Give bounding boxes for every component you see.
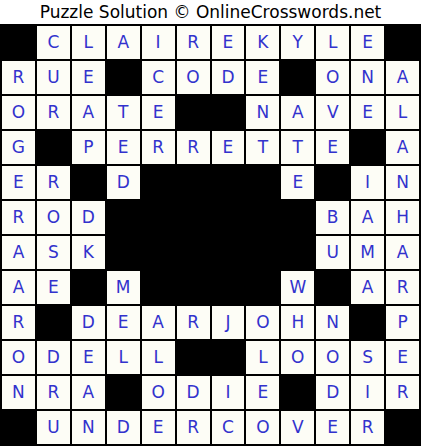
letter-cell: O xyxy=(246,411,279,444)
letter-cell: T xyxy=(107,96,140,129)
letter-cell: O xyxy=(316,341,349,374)
letter-cell: V xyxy=(281,411,314,444)
letter-cell: D xyxy=(107,166,140,199)
letter-cell: M xyxy=(107,271,140,304)
black-cell xyxy=(316,271,349,304)
black-cell xyxy=(107,61,140,94)
black-cell xyxy=(212,341,245,374)
letter-cell: D xyxy=(177,376,210,409)
black-cell xyxy=(212,236,245,269)
letter-cell: C xyxy=(37,26,70,59)
black-cell xyxy=(316,166,349,199)
letter-cell: A xyxy=(2,236,35,269)
letter-cell: E xyxy=(386,341,419,374)
letter-cell: G xyxy=(2,131,35,164)
letter-cell: A xyxy=(386,131,419,164)
letter-cell: E xyxy=(212,131,245,164)
letter-cell: P xyxy=(72,131,105,164)
crossword-grid: CLAIREKYLERUECODEONAORATENAVELGPERRETTEA… xyxy=(0,24,421,446)
letter-cell: R xyxy=(177,131,210,164)
black-cell xyxy=(177,271,210,304)
letter-cell: S xyxy=(37,236,70,269)
letter-cell: I xyxy=(142,26,175,59)
black-cell xyxy=(212,166,245,199)
black-cell xyxy=(177,236,210,269)
black-cell xyxy=(72,271,105,304)
letter-cell: R xyxy=(2,306,35,339)
letter-cell: R xyxy=(386,376,419,409)
letter-cell: P xyxy=(386,306,419,339)
letter-cell: S xyxy=(351,341,384,374)
letter-cell: A xyxy=(386,236,419,269)
letter-cell: D xyxy=(72,201,105,234)
letter-cell: E xyxy=(37,271,70,304)
letter-cell: R xyxy=(37,376,70,409)
letter-cell: N xyxy=(316,306,349,339)
black-cell xyxy=(281,376,314,409)
letter-cell: U xyxy=(37,411,70,444)
black-cell xyxy=(142,166,175,199)
letter-cell: R xyxy=(2,201,35,234)
black-cell xyxy=(37,306,70,339)
black-cell xyxy=(72,166,105,199)
letter-cell: R xyxy=(177,411,210,444)
letter-cell: A xyxy=(351,271,384,304)
letter-cell: A xyxy=(142,306,175,339)
black-cell xyxy=(246,166,279,199)
letter-cell: A xyxy=(281,96,314,129)
black-cell xyxy=(107,376,140,409)
letter-cell: E xyxy=(246,376,279,409)
letter-cell: E xyxy=(142,96,175,129)
black-cell xyxy=(177,341,210,374)
letter-cell: D xyxy=(107,411,140,444)
letter-cell: E xyxy=(2,166,35,199)
crossword-solution-page: Puzzle Solution © OnlineCrosswords.net C… xyxy=(0,0,421,446)
letter-cell: O xyxy=(246,306,279,339)
letter-cell: D xyxy=(37,341,70,374)
letter-cell: Y xyxy=(281,26,314,59)
letter-cell: O xyxy=(37,201,70,234)
black-cell xyxy=(281,236,314,269)
letter-cell: E xyxy=(107,306,140,339)
black-cell xyxy=(386,411,419,444)
letter-cell: E xyxy=(72,61,105,94)
letter-cell: E xyxy=(246,61,279,94)
letter-cell: D xyxy=(72,306,105,339)
letter-cell: N xyxy=(386,166,419,199)
black-cell xyxy=(2,411,35,444)
letter-cell: O xyxy=(2,96,35,129)
letter-cell: L xyxy=(107,341,140,374)
page-title: Puzzle Solution © OnlineCrosswords.net xyxy=(0,0,421,24)
letter-cell: A xyxy=(72,96,105,129)
letter-cell: E xyxy=(107,131,140,164)
letter-cell: E xyxy=(212,26,245,59)
letter-cell: R xyxy=(177,306,210,339)
black-cell xyxy=(246,236,279,269)
letter-cell: M xyxy=(351,236,384,269)
black-cell xyxy=(2,26,35,59)
black-cell xyxy=(212,201,245,234)
letter-cell: N xyxy=(72,411,105,444)
black-cell xyxy=(351,131,384,164)
letter-cell: I xyxy=(351,166,384,199)
black-cell xyxy=(281,201,314,234)
letter-cell: V xyxy=(316,96,349,129)
black-cell xyxy=(212,96,245,129)
letter-cell: L xyxy=(142,341,175,374)
letter-cell: A xyxy=(386,61,419,94)
letter-cell: I xyxy=(351,376,384,409)
letter-cell: L xyxy=(316,26,349,59)
letter-cell: B xyxy=(316,201,349,234)
letter-cell: L xyxy=(246,341,279,374)
letter-cell: E xyxy=(281,166,314,199)
letter-cell: K xyxy=(246,26,279,59)
black-cell xyxy=(281,61,314,94)
letter-cell: E xyxy=(316,131,349,164)
letter-cell: R xyxy=(142,131,175,164)
letter-cell: D xyxy=(212,61,245,94)
letter-cell: E xyxy=(351,26,384,59)
black-cell xyxy=(177,201,210,234)
letter-cell: N xyxy=(246,96,279,129)
black-cell xyxy=(246,201,279,234)
letter-cell: C xyxy=(212,411,245,444)
letter-cell: O xyxy=(281,341,314,374)
letter-cell: H xyxy=(281,306,314,339)
black-cell xyxy=(177,96,210,129)
black-cell xyxy=(212,271,245,304)
letter-cell: R xyxy=(386,271,419,304)
letter-cell: E xyxy=(142,411,175,444)
letter-cell: L xyxy=(386,96,419,129)
letter-cell: E xyxy=(316,411,349,444)
letter-cell: R xyxy=(351,411,384,444)
letter-cell: A xyxy=(351,201,384,234)
letter-cell: E xyxy=(351,96,384,129)
letter-cell: R xyxy=(177,26,210,59)
black-cell xyxy=(177,166,210,199)
letter-cell: O xyxy=(316,61,349,94)
letter-cell: W xyxy=(281,271,314,304)
letter-cell: R xyxy=(37,166,70,199)
letter-cell: N xyxy=(2,376,35,409)
black-cell xyxy=(386,26,419,59)
black-cell xyxy=(107,201,140,234)
black-cell xyxy=(142,271,175,304)
letter-cell: A xyxy=(72,376,105,409)
black-cell xyxy=(37,131,70,164)
letter-cell: T xyxy=(281,131,314,164)
letter-cell: R xyxy=(2,61,35,94)
letter-cell: T xyxy=(246,131,279,164)
letter-cell: J xyxy=(212,306,245,339)
letter-cell: E xyxy=(72,341,105,374)
letter-cell: O xyxy=(177,61,210,94)
letter-cell: O xyxy=(2,341,35,374)
black-cell xyxy=(142,201,175,234)
letter-cell: K xyxy=(72,236,105,269)
black-cell xyxy=(142,236,175,269)
letter-cell: N xyxy=(351,61,384,94)
letter-cell: A xyxy=(107,26,140,59)
letter-cell: I xyxy=(212,376,245,409)
black-cell xyxy=(107,236,140,269)
black-cell xyxy=(246,271,279,304)
letter-cell: A xyxy=(2,271,35,304)
black-cell xyxy=(351,306,384,339)
letter-cell: R xyxy=(37,96,70,129)
letter-cell: O xyxy=(142,376,175,409)
letter-cell: U xyxy=(37,61,70,94)
letter-cell: L xyxy=(72,26,105,59)
letter-cell: H xyxy=(386,201,419,234)
letter-cell: U xyxy=(316,236,349,269)
letter-cell: C xyxy=(142,61,175,94)
letter-cell: D xyxy=(316,376,349,409)
